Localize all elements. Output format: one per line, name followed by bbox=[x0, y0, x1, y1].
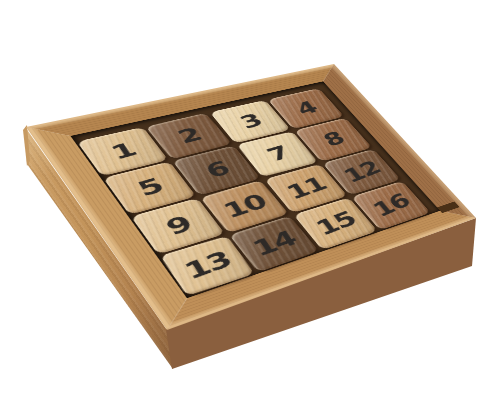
tile-number: 11 bbox=[281, 172, 330, 204]
tile-number: 1 bbox=[106, 138, 140, 164]
tile-number: 13 bbox=[179, 246, 236, 285]
puzzle-board: 12345678910111213141516 bbox=[26, 64, 476, 330]
product-photo: 12345678910111213141516 bbox=[0, 0, 500, 419]
tile-number: 3 bbox=[235, 110, 266, 133]
tile-number: 5 bbox=[133, 174, 168, 201]
tile-number: 14 bbox=[248, 225, 301, 261]
tile-number: 8 bbox=[318, 128, 348, 151]
tile-number: 10 bbox=[219, 189, 272, 222]
tile-number: 12 bbox=[338, 156, 384, 187]
tile-number: 7 bbox=[262, 142, 293, 166]
tile-number: 15 bbox=[310, 206, 360, 240]
tile-number: 16 bbox=[368, 189, 415, 221]
tile-number: 2 bbox=[174, 123, 206, 147]
tile-number: 6 bbox=[201, 157, 233, 183]
tile-number: 4 bbox=[291, 97, 321, 119]
tile-number: 9 bbox=[161, 211, 197, 240]
